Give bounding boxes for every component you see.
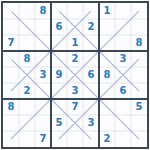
cell-r5c8[interactable]	[115, 67, 131, 83]
cell-r6c9[interactable]	[131, 83, 147, 99]
cell-r5c1[interactable]	[3, 67, 19, 83]
cell-r4c2[interactable]: 8	[19, 51, 35, 67]
cell-r2c1[interactable]	[3, 19, 19, 35]
cell-r1c2[interactable]	[19, 3, 35, 19]
cell-r1c1[interactable]	[3, 3, 19, 19]
cell-r6c8[interactable]: 6	[115, 83, 131, 99]
cell-r5c4[interactable]: 9	[51, 67, 67, 83]
cell-r4c3[interactable]	[35, 51, 51, 67]
cell-r5c3[interactable]: 3	[35, 67, 51, 83]
cell-r8c5[interactable]	[67, 115, 83, 131]
cell-r6c1[interactable]	[3, 83, 19, 99]
cell-r2c4[interactable]: 6	[51, 19, 67, 35]
cell-r4c7[interactable]	[99, 51, 115, 67]
cell-r5c5[interactable]	[67, 67, 83, 83]
cell-r7c6[interactable]	[83, 99, 99, 115]
cell-r2c2[interactable]	[19, 19, 35, 35]
cell-r5c9[interactable]	[131, 67, 147, 83]
cell-r8c2[interactable]	[19, 115, 35, 131]
cell-r2c9[interactable]	[131, 19, 147, 35]
cell-r3c4[interactable]	[51, 35, 67, 51]
cell-r6c4[interactable]	[51, 83, 67, 99]
cell-r5c2[interactable]	[19, 67, 35, 83]
cell-r2c7[interactable]	[99, 19, 115, 35]
cell-r2c8[interactable]	[115, 19, 131, 35]
cell-r9c5[interactable]	[67, 131, 83, 147]
cell-r2c3[interactable]	[35, 19, 51, 35]
cell-r6c5[interactable]: 3	[67, 83, 83, 99]
cell-r8c4[interactable]: 5	[51, 115, 67, 131]
cell-r5c7[interactable]: 8	[99, 67, 115, 83]
cell-r7c5[interactable]: 7	[67, 99, 83, 115]
cell-r3c3[interactable]	[35, 35, 51, 51]
cell-r4c4[interactable]	[51, 51, 67, 67]
cell-r1c3[interactable]: 8	[35, 3, 51, 19]
cell-r8c9[interactable]	[131, 115, 147, 131]
cell-r9c2[interactable]	[19, 131, 35, 147]
cell-r1c4[interactable]	[51, 3, 67, 19]
cell-r7c1[interactable]: 8	[3, 99, 19, 115]
cell-r9c1[interactable]	[3, 131, 19, 147]
cell-r6c7[interactable]	[99, 83, 115, 99]
cell-r3c1[interactable]: 7	[3, 35, 19, 51]
cell-r3c6[interactable]	[83, 35, 99, 51]
cell-r8c3[interactable]	[35, 115, 51, 131]
cell-r9c8[interactable]	[115, 131, 131, 147]
cell-r6c3[interactable]	[35, 83, 51, 99]
cell-r4c9[interactable]	[131, 51, 147, 67]
cell-r3c7[interactable]	[99, 35, 115, 51]
cell-r8c7[interactable]	[99, 115, 115, 131]
cell-r9c6[interactable]	[83, 131, 99, 147]
board-cells: 816271882339682368755372	[3, 3, 147, 147]
cell-r6c2[interactable]: 2	[19, 83, 35, 99]
cell-r3c5[interactable]: 1	[67, 35, 83, 51]
cell-r2c6[interactable]: 2	[83, 19, 99, 35]
cell-r4c1[interactable]	[3, 51, 19, 67]
cell-r1c9[interactable]	[131, 3, 147, 19]
cell-r9c7[interactable]: 2	[99, 131, 115, 147]
cell-r9c4[interactable]	[51, 131, 67, 147]
cell-r3c8[interactable]	[115, 35, 131, 51]
cell-r7c4[interactable]	[51, 99, 67, 115]
cell-r8c6[interactable]: 3	[83, 115, 99, 131]
cell-r7c2[interactable]	[19, 99, 35, 115]
cell-r6c6[interactable]	[83, 83, 99, 99]
cell-r4c8[interactable]: 3	[115, 51, 131, 67]
cell-r1c5[interactable]	[67, 3, 83, 19]
cell-r5c6[interactable]: 6	[83, 67, 99, 83]
cell-r7c9[interactable]: 5	[131, 99, 147, 115]
cell-r3c2[interactable]	[19, 35, 35, 51]
cell-r9c3[interactable]: 7	[35, 131, 51, 147]
cell-r8c8[interactable]	[115, 115, 131, 131]
cell-r7c3[interactable]	[35, 99, 51, 115]
cell-r4c6[interactable]	[83, 51, 99, 67]
cell-r9c9[interactable]	[131, 131, 147, 147]
cell-r1c6[interactable]	[83, 3, 99, 19]
cell-r1c8[interactable]	[115, 3, 131, 19]
cell-r7c8[interactable]	[115, 99, 131, 115]
sudoku-board: 816271882339682368755372	[1, 1, 149, 149]
cell-r7c7[interactable]	[99, 99, 115, 115]
cell-r8c1[interactable]	[3, 115, 19, 131]
cell-r4c5[interactable]: 2	[67, 51, 83, 67]
cell-r2c5[interactable]	[67, 19, 83, 35]
cell-r1c7[interactable]: 1	[99, 3, 115, 19]
cell-r3c9[interactable]: 8	[131, 35, 147, 51]
